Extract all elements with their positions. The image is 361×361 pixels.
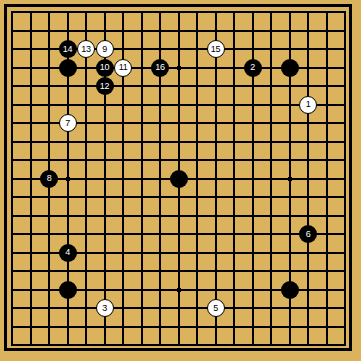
stone-move-14-D17[interactable]: 14 [59,40,77,58]
hoshi-point-K4 [177,288,181,292]
stone-move-2-O16[interactable]: 2 [244,59,262,77]
move-number-label: 10 [100,63,109,72]
move-number-label: 1 [306,100,311,109]
stone-move-3-F3[interactable]: 3 [96,299,114,317]
grid-line-horizontal [11,270,346,272]
move-number-label: 3 [102,304,107,313]
grid-line-vertical [270,11,272,346]
move-number-label: 7 [65,119,70,128]
hoshi-point-Q10 [288,177,292,181]
handicap-stone-Q4[interactable] [281,281,299,299]
move-number-label: 6 [306,230,311,239]
stone-move-4-D6[interactable]: 4 [59,244,77,262]
stone-move-1-R14[interactable]: 1 [299,96,317,114]
grid-line-vertical [326,11,328,346]
grid-line-horizontal [11,196,346,198]
move-number-label: 13 [81,45,90,54]
stone-move-9-F17[interactable]: 9 [96,40,114,58]
grid-line-horizontal [11,233,346,235]
handicap-stone-D4[interactable] [59,281,77,299]
move-number-label: 14 [63,45,72,54]
move-number-label: 16 [155,63,164,72]
move-number-label: 12 [100,82,109,91]
hoshi-point-D10 [66,177,70,181]
stone-move-12-F15[interactable]: 12 [96,77,114,95]
go-board[interactable]: 12345678910111213141516 [0,0,361,361]
grid-line-vertical [233,11,235,346]
stone-move-15-M17[interactable]: 15 [207,40,225,58]
stone-move-13-E17[interactable]: 13 [77,40,95,58]
stone-move-6-R7[interactable]: 6 [299,225,317,243]
handicap-stone-K10[interactable] [170,170,188,188]
grid-line-vertical [307,11,309,346]
move-number-label: 15 [211,45,220,54]
grid-line-horizontal [11,215,346,217]
handicap-stone-D16[interactable] [59,59,77,77]
move-number-label: 2 [250,63,255,72]
grid-line-vertical [215,11,217,346]
move-number-label: 4 [65,248,70,257]
handicap-stone-Q16[interactable] [281,59,299,77]
move-number-label: 11 [119,63,128,72]
move-number-label: 8 [47,174,52,183]
grid-line-vertical [344,11,346,346]
grid-line-vertical [196,11,198,346]
stone-move-8-C10[interactable]: 8 [40,170,58,188]
stone-move-5-M3[interactable]: 5 [207,299,225,317]
hoshi-point-K16 [177,66,181,70]
grid-line-horizontal [11,344,346,346]
grid-line-horizontal [11,307,346,309]
stone-move-11-G16[interactable]: 11 [114,59,132,77]
move-number-label: 9 [102,45,107,54]
stone-move-7-D13[interactable]: 7 [59,114,77,132]
move-number-label: 5 [213,304,218,313]
stone-move-16-J16[interactable]: 16 [151,59,169,77]
stone-move-10-F16[interactable]: 10 [96,59,114,77]
grid-line-horizontal [11,326,346,328]
